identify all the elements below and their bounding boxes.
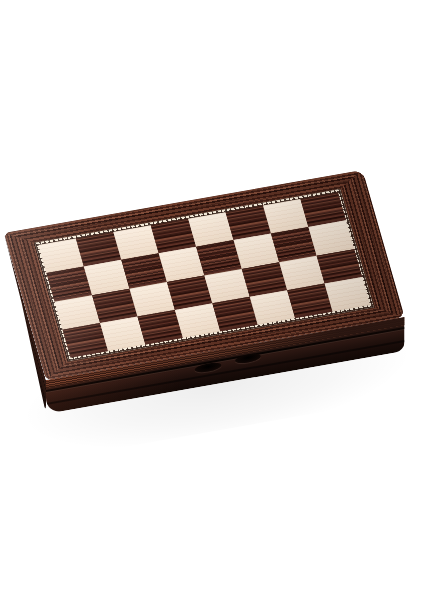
board-square [325,277,370,312]
finger-notch-right [235,352,261,365]
page-background [0,0,424,600]
